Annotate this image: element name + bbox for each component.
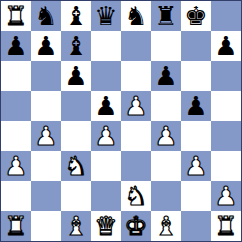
black-rook-icon[interactable]: ♜ bbox=[154, 1, 177, 31]
square-c1[interactable]: ♝ bbox=[61, 211, 91, 241]
square-a5[interactable] bbox=[1, 91, 31, 121]
square-h4[interactable] bbox=[211, 121, 241, 151]
square-a1[interactable]: ♜ bbox=[1, 211, 31, 241]
square-h3[interactable] bbox=[211, 151, 241, 181]
white-pawn-icon[interactable]: ♟ bbox=[214, 181, 237, 211]
black-pawn-icon[interactable]: ♟ bbox=[94, 91, 117, 121]
white-pawn-icon[interactable]: ♟ bbox=[124, 91, 147, 121]
white-knight-icon[interactable]: ♞ bbox=[64, 151, 87, 181]
square-g4[interactable] bbox=[181, 121, 211, 151]
square-e2[interactable]: ♞ bbox=[121, 181, 151, 211]
square-b1[interactable] bbox=[31, 211, 61, 241]
chess-board-frame: ♜♞♝♛♞♜♚♟♟♝♟♟♟♟♟♟♟♟♟♟♞♟♞♟♜♝♛♚♝♜ bbox=[0, 0, 242, 242]
chess-board: ♜♞♝♛♞♜♚♟♟♝♟♟♟♟♟♟♟♟♟♟♞♟♞♟♜♝♛♚♝♜ bbox=[1, 1, 241, 241]
square-d2[interactable] bbox=[91, 181, 121, 211]
square-h1[interactable]: ♜ bbox=[211, 211, 241, 241]
square-c6[interactable]: ♟ bbox=[61, 61, 91, 91]
square-e1[interactable]: ♚ bbox=[121, 211, 151, 241]
square-g5[interactable]: ♟ bbox=[181, 91, 211, 121]
square-f2[interactable] bbox=[151, 181, 181, 211]
square-b2[interactable] bbox=[31, 181, 61, 211]
black-pawn-icon[interactable]: ♟ bbox=[34, 31, 57, 61]
square-g6[interactable] bbox=[181, 61, 211, 91]
square-a3[interactable]: ♟ bbox=[1, 151, 31, 181]
square-g7[interactable] bbox=[181, 31, 211, 61]
square-b4[interactable]: ♟ bbox=[31, 121, 61, 151]
square-h6[interactable] bbox=[211, 61, 241, 91]
black-queen-icon[interactable]: ♛ bbox=[94, 1, 117, 31]
square-c7[interactable]: ♝ bbox=[61, 31, 91, 61]
square-f6[interactable]: ♟ bbox=[151, 61, 181, 91]
square-e5[interactable]: ♟ bbox=[121, 91, 151, 121]
square-a2[interactable] bbox=[1, 181, 31, 211]
white-rook-icon[interactable]: ♜ bbox=[4, 1, 27, 31]
square-b7[interactable]: ♟ bbox=[31, 31, 61, 61]
square-f4[interactable]: ♟ bbox=[151, 121, 181, 151]
square-d8[interactable]: ♛ bbox=[91, 1, 121, 31]
white-pawn-icon[interactable]: ♟ bbox=[184, 151, 207, 181]
white-rook-icon[interactable]: ♜ bbox=[4, 211, 27, 241]
square-b5[interactable] bbox=[31, 91, 61, 121]
square-b6[interactable] bbox=[31, 61, 61, 91]
white-rook-icon[interactable]: ♜ bbox=[214, 211, 237, 241]
square-h7[interactable]: ♟ bbox=[211, 31, 241, 61]
white-knight-icon[interactable]: ♞ bbox=[124, 181, 147, 211]
black-pawn-icon[interactable]: ♟ bbox=[4, 31, 27, 61]
white-pawn-icon[interactable]: ♟ bbox=[154, 121, 177, 151]
black-pawn-icon[interactable]: ♟ bbox=[214, 31, 237, 61]
square-f1[interactable]: ♝ bbox=[151, 211, 181, 241]
square-a6[interactable] bbox=[1, 61, 31, 91]
black-bishop-icon[interactable]: ♝ bbox=[64, 31, 87, 61]
black-pawn-icon[interactable]: ♟ bbox=[64, 61, 87, 91]
square-d4[interactable]: ♟ bbox=[91, 121, 121, 151]
square-a8[interactable]: ♜ bbox=[1, 1, 31, 31]
square-h5[interactable] bbox=[211, 91, 241, 121]
square-g1[interactable] bbox=[181, 211, 211, 241]
square-b3[interactable] bbox=[31, 151, 61, 181]
square-d1[interactable]: ♛ bbox=[91, 211, 121, 241]
square-c2[interactable] bbox=[61, 181, 91, 211]
square-a7[interactable]: ♟ bbox=[1, 31, 31, 61]
square-c4[interactable] bbox=[61, 121, 91, 151]
white-pawn-icon[interactable]: ♟ bbox=[94, 121, 117, 151]
white-bishop-icon[interactable]: ♝ bbox=[154, 211, 177, 241]
square-f8[interactable]: ♜ bbox=[151, 1, 181, 31]
square-e6[interactable] bbox=[121, 61, 151, 91]
white-queen-icon[interactable]: ♛ bbox=[94, 211, 117, 241]
square-g2[interactable] bbox=[181, 181, 211, 211]
square-c3[interactable]: ♞ bbox=[61, 151, 91, 181]
white-pawn-icon[interactable]: ♟ bbox=[34, 121, 57, 151]
square-e3[interactable] bbox=[121, 151, 151, 181]
square-f3[interactable] bbox=[151, 151, 181, 181]
square-h2[interactable]: ♟ bbox=[211, 181, 241, 211]
square-d3[interactable] bbox=[91, 151, 121, 181]
white-king-icon[interactable]: ♚ bbox=[124, 211, 147, 241]
white-bishop-icon[interactable]: ♝ bbox=[64, 211, 87, 241]
square-d6[interactable] bbox=[91, 61, 121, 91]
square-g8[interactable]: ♚ bbox=[181, 1, 211, 31]
square-d5[interactable]: ♟ bbox=[91, 91, 121, 121]
square-h8[interactable] bbox=[211, 1, 241, 31]
black-king-icon[interactable]: ♚ bbox=[184, 1, 207, 31]
square-f7[interactable] bbox=[151, 31, 181, 61]
square-b8[interactable]: ♞ bbox=[31, 1, 61, 31]
black-knight-icon[interactable]: ♞ bbox=[34, 1, 57, 31]
square-e7[interactable] bbox=[121, 31, 151, 61]
square-a4[interactable] bbox=[1, 121, 31, 151]
black-bishop-icon[interactable]: ♝ bbox=[64, 1, 87, 31]
square-c8[interactable]: ♝ bbox=[61, 1, 91, 31]
square-d7[interactable] bbox=[91, 31, 121, 61]
square-g3[interactable]: ♟ bbox=[181, 151, 211, 181]
black-pawn-icon[interactable]: ♟ bbox=[184, 91, 207, 121]
square-f5[interactable] bbox=[151, 91, 181, 121]
black-knight-icon[interactable]: ♞ bbox=[124, 1, 147, 31]
black-pawn-icon[interactable]: ♟ bbox=[154, 61, 177, 91]
white-pawn-icon[interactable]: ♟ bbox=[4, 151, 27, 181]
square-c5[interactable] bbox=[61, 91, 91, 121]
square-e8[interactable]: ♞ bbox=[121, 1, 151, 31]
square-e4[interactable] bbox=[121, 121, 151, 151]
